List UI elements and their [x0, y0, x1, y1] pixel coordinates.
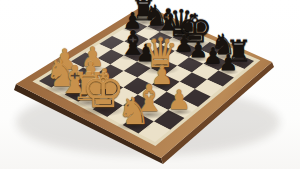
- black-pawn-h7[interactable]: ♟: [218, 52, 238, 74]
- white-knight-g1[interactable]: ♞: [117, 92, 150, 129]
- chess-set-photo: ♜♞♝♛♚♞♜♟♟♟♟♟♝♟♛♟♟♟♟♟♟♝♞♝♜♚♞: [0, 0, 300, 169]
- white-pawn-h3[interactable]: ♟: [167, 87, 191, 114]
